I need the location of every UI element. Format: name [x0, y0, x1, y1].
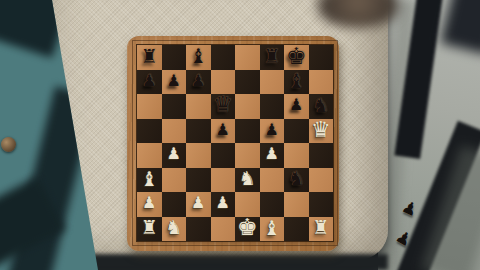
chess-board-frame: ♜♝♜♚♟♟♟♝♛♟♞♟♟♛♟♟♝♞♞♟♟♟♜♞♚♝♜: [127, 36, 339, 251]
white-pawn: ♟: [167, 146, 181, 162]
white-rook: ♜: [312, 218, 329, 237]
black-knight: ♞: [312, 96, 329, 115]
square-g4: [284, 143, 309, 168]
square-e4: [235, 143, 260, 168]
square-g6: ♟: [284, 94, 309, 119]
white-king: ♚: [237, 216, 258, 239]
white-queen: ♛: [311, 119, 331, 141]
square-c7: ♟: [186, 70, 211, 95]
square-f6: [260, 94, 285, 119]
square-g2: [284, 192, 309, 217]
square-g8: ♚: [284, 45, 309, 70]
square-c4: [186, 143, 211, 168]
white-pawn: ♟: [142, 195, 156, 211]
captured-black-pawn: ♟: [393, 227, 415, 249]
square-d6: ♛: [211, 94, 236, 119]
square-h8: [309, 45, 334, 70]
black-pawn: ♟: [191, 73, 205, 89]
square-f5: ♟: [260, 119, 285, 144]
captured-black-pawn: ♟: [399, 198, 420, 220]
square-e2: [235, 192, 260, 217]
square-f7: [260, 70, 285, 95]
square-f4: ♟: [260, 143, 285, 168]
square-a8: ♜: [137, 45, 162, 70]
square-c2: ♟: [186, 192, 211, 217]
square-b1: ♞: [162, 217, 187, 242]
square-d5: ♟: [211, 119, 236, 144]
chess-board: ♜♝♜♚♟♟♟♝♛♟♞♟♟♛♟♟♝♞♞♟♟♟♜♞♚♝♜: [136, 44, 334, 242]
white-pawn: ♟: [191, 195, 205, 211]
square-f1: ♝: [260, 217, 285, 242]
square-b6: [162, 94, 187, 119]
square-h6: ♞: [309, 94, 334, 119]
white-pawn: ♟: [216, 195, 230, 211]
square-d2: ♟: [211, 192, 236, 217]
square-h7: [309, 70, 334, 95]
black-pawn: ♟: [216, 122, 230, 138]
square-g7: ♝: [284, 70, 309, 95]
captured-pieces-tray: ♟ ♟: [390, 196, 440, 266]
square-h3: [309, 168, 334, 193]
square-f3: [260, 168, 285, 193]
black-queen: ♛: [213, 94, 233, 116]
square-b7: ♟: [162, 70, 187, 95]
white-knight: ♞: [239, 169, 256, 188]
black-rook: ♜: [141, 47, 158, 66]
black-bishop: ♝: [287, 71, 305, 91]
black-knight: ♞: [288, 169, 305, 188]
square-f2: [260, 192, 285, 217]
black-pawn: ♟: [142, 73, 156, 89]
square-a5: [137, 119, 162, 144]
square-h2: [309, 192, 334, 217]
square-a3: ♝: [137, 168, 162, 193]
square-c8: ♝: [186, 45, 211, 70]
square-g1: [284, 217, 309, 242]
square-a1: ♜: [137, 217, 162, 242]
square-g3: ♞: [284, 168, 309, 193]
white-bishop: ♝: [140, 169, 158, 189]
white-pawn: ♟: [265, 146, 279, 162]
black-bishop: ♝: [189, 46, 207, 66]
white-knight: ♞: [165, 218, 182, 237]
black-pawn: ♟: [289, 97, 303, 113]
black-pawn: ♟: [167, 73, 181, 89]
square-b8: [162, 45, 187, 70]
square-b2: [162, 192, 187, 217]
square-a4: [137, 143, 162, 168]
square-b3: [162, 168, 187, 193]
square-a2: ♟: [137, 192, 162, 217]
square-d8: [211, 45, 236, 70]
square-d3: [211, 168, 236, 193]
corner-shadow: [440, 0, 480, 55]
square-e6: [235, 94, 260, 119]
white-rook: ♜: [141, 218, 158, 237]
square-c1: [186, 217, 211, 242]
square-d1: [211, 217, 236, 242]
square-a7: ♟: [137, 70, 162, 95]
square-e3: ♞: [235, 168, 260, 193]
square-d4: [211, 143, 236, 168]
white-bishop: ♝: [263, 218, 281, 238]
square-b4: ♟: [162, 143, 187, 168]
fabric-button: [1, 137, 16, 152]
photo-scene: ♜♝♜♚♟♟♟♝♛♟♞♟♟♛♟♟♝♞♞♟♟♟♜♞♚♝♜ ♟ ♟: [0, 0, 480, 270]
square-f8: ♜: [260, 45, 285, 70]
square-c6: [186, 94, 211, 119]
square-g5: [284, 119, 309, 144]
black-pawn: ♟: [265, 122, 279, 138]
square-e8: [235, 45, 260, 70]
square-e7: [235, 70, 260, 95]
square-c3: [186, 168, 211, 193]
square-h1: ♜: [309, 217, 334, 242]
square-c5: [186, 119, 211, 144]
square-h4: [309, 143, 334, 168]
square-a6: [137, 94, 162, 119]
black-king: ♚: [286, 45, 307, 68]
square-d7: [211, 70, 236, 95]
square-b5: [162, 119, 187, 144]
black-rook: ♜: [263, 47, 280, 66]
square-e1: ♚: [235, 217, 260, 242]
square-e5: [235, 119, 260, 144]
square-h5: ♛: [309, 119, 334, 144]
